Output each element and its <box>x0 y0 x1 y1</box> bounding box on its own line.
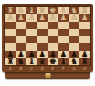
square-f3[interactable] <box>58 22 69 29</box>
square-e8[interactable]: ♚ <box>48 58 59 65</box>
square-a8[interactable]: ♜ <box>5 58 16 65</box>
square-c2[interactable]: ♟ <box>26 14 37 21</box>
square-h2[interactable]: ♟ <box>79 14 90 21</box>
square-b4[interactable] <box>16 29 27 36</box>
file-label-b: B <box>16 66 27 71</box>
piece-white-pawn[interactable]: ♟ <box>70 14 77 21</box>
square-d2[interactable]: ♟ <box>37 14 48 21</box>
square-a3[interactable] <box>5 22 16 29</box>
square-d8[interactable]: ♛ <box>37 58 48 65</box>
square-f5[interactable] <box>58 36 69 43</box>
square-f8[interactable]: ♝ <box>58 58 69 65</box>
piece-white-pawn[interactable]: ♟ <box>49 14 56 21</box>
square-g8[interactable]: ♞ <box>69 58 80 65</box>
file-labels: ABCDEFGH <box>5 66 90 71</box>
square-d4[interactable] <box>37 29 48 36</box>
chess-board: ♜♞♝♛♚♝♞♜♟♟♟♟♟♟♟♟♟♟♟♟♟♟♟♟♜♞♝♛♚♝♞♜ ABCDEFG… <box>2 4 93 72</box>
square-g3[interactable] <box>69 22 80 29</box>
square-e2[interactable]: ♟ <box>48 14 59 21</box>
piece-black-king[interactable]: ♚ <box>49 57 56 64</box>
piece-black-queen[interactable]: ♛ <box>39 57 46 64</box>
piece-white-pawn[interactable]: ♟ <box>81 14 88 21</box>
square-h3[interactable] <box>79 22 90 29</box>
piece-black-rook[interactable]: ♜ <box>7 57 14 64</box>
square-c8[interactable]: ♝ <box>26 58 37 65</box>
piece-white-pawn[interactable]: ♟ <box>28 14 35 21</box>
square-b8[interactable]: ♞ <box>16 58 27 65</box>
file-label-a: A <box>5 66 16 71</box>
square-a5[interactable] <box>5 36 16 43</box>
file-label-d: D <box>37 66 48 71</box>
square-c3[interactable] <box>26 22 37 29</box>
piece-white-pawn[interactable]: ♟ <box>7 14 14 21</box>
square-e5[interactable] <box>48 36 59 43</box>
piece-black-knight[interactable]: ♞ <box>70 57 77 64</box>
square-a4[interactable] <box>5 29 16 36</box>
piece-black-knight[interactable]: ♞ <box>17 57 24 64</box>
square-a2[interactable]: ♟ <box>5 14 16 21</box>
square-d5[interactable] <box>37 36 48 43</box>
board-grid: ♜♞♝♛♚♝♞♜♟♟♟♟♟♟♟♟♟♟♟♟♟♟♟♟♜♞♝♛♚♝♞♜ <box>5 7 90 65</box>
square-g4[interactable] <box>69 29 80 36</box>
square-g2[interactable]: ♟ <box>69 14 80 21</box>
square-b2[interactable]: ♟ <box>16 14 27 21</box>
square-c4[interactable] <box>26 29 37 36</box>
square-h5[interactable] <box>79 36 90 43</box>
square-g5[interactable] <box>69 36 80 43</box>
piece-white-pawn[interactable]: ♟ <box>17 14 24 21</box>
file-label-g: G <box>69 66 80 71</box>
piece-black-bishop[interactable]: ♝ <box>60 57 67 64</box>
square-h4[interactable] <box>79 29 90 36</box>
board-front-edge <box>5 72 90 79</box>
piece-black-rook[interactable]: ♜ <box>81 57 88 64</box>
file-label-h: H <box>79 66 90 71</box>
square-e4[interactable] <box>48 29 59 36</box>
chess-set-photo: ♜♞♝♛♚♝♞♜♟♟♟♟♟♟♟♟♟♟♟♟♟♟♟♟♜♞♝♛♚♝♞♜ ABCDEFG… <box>0 0 95 86</box>
piece-black-bishop[interactable]: ♝ <box>28 57 35 64</box>
square-h8[interactable]: ♜ <box>79 58 90 65</box>
square-b3[interactable] <box>16 22 27 29</box>
square-f4[interactable] <box>58 29 69 36</box>
square-f2[interactable]: ♟ <box>58 14 69 21</box>
piece-white-pawn[interactable]: ♟ <box>39 14 46 21</box>
square-d3[interactable] <box>37 22 48 29</box>
square-c5[interactable] <box>26 36 37 43</box>
square-b5[interactable] <box>16 36 27 43</box>
file-label-f: F <box>58 66 69 71</box>
file-label-e: E <box>48 66 59 71</box>
piece-white-pawn[interactable]: ♟ <box>60 14 67 21</box>
brass-clasp-icon <box>45 73 50 78</box>
square-e3[interactable] <box>48 22 59 29</box>
file-label-c: C <box>26 66 37 71</box>
